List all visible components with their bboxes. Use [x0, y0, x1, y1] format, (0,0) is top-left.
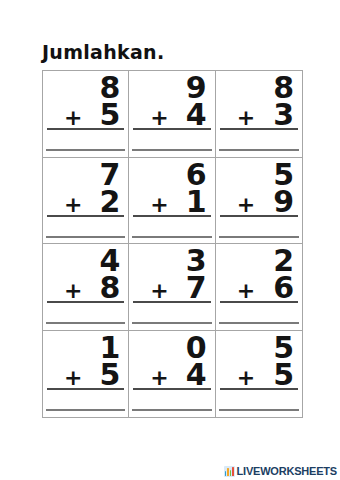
plus-operator-icon: +	[237, 107, 255, 129]
addition-problem-3: 8+3	[216, 71, 302, 158]
plus-operator-icon: +	[150, 280, 168, 302]
bottom-addend: 6	[273, 273, 294, 303]
liveworksheets-icon	[224, 466, 235, 477]
plus-operator-icon: +	[64, 367, 82, 389]
worksheet-title: Jumlahkan.	[42, 41, 164, 63]
sum-line	[220, 215, 298, 217]
sum-line	[133, 388, 210, 390]
bottom-addend: 4	[186, 100, 207, 130]
answer-blank[interactable]	[219, 236, 299, 238]
answer-blank[interactable]	[219, 149, 299, 151]
operator-row: +5	[237, 360, 294, 390]
answer-blank[interactable]	[132, 149, 211, 151]
plus-operator-icon: +	[237, 367, 255, 389]
addition-problem-9: 2+6	[216, 244, 302, 331]
bottom-addend: 8	[99, 273, 120, 303]
sum-line	[47, 388, 124, 390]
sum-line	[220, 301, 298, 303]
sum-line	[133, 128, 210, 130]
addition-problem-10: 1+5	[43, 331, 129, 418]
bottom-addend: 3	[273, 100, 294, 130]
plus-operator-icon: +	[64, 280, 82, 302]
addition-problem-4: 7+2	[43, 158, 129, 245]
operator-row: +7	[150, 273, 206, 303]
worksheet-grid: 8+59+48+37+26+15+94+83+72+61+50+45+5	[42, 70, 303, 418]
addition-problem-6: 5+9	[216, 158, 302, 245]
addition-problem-8: 3+7	[129, 244, 215, 331]
operator-row: +5	[64, 100, 120, 130]
answer-blank[interactable]	[219, 322, 299, 324]
bottom-addend: 9	[273, 187, 294, 217]
addition-problem-11: 0+4	[129, 331, 215, 418]
plus-operator-icon: +	[237, 280, 255, 302]
plus-operator-icon: +	[150, 194, 168, 216]
operator-row: +5	[64, 360, 120, 390]
addition-problem-1: 8+5	[43, 71, 129, 158]
plus-operator-icon: +	[64, 194, 82, 216]
answer-blank[interactable]	[132, 322, 211, 324]
addition-problem-7: 4+8	[43, 244, 129, 331]
sum-line	[220, 388, 298, 390]
sum-line	[47, 301, 124, 303]
liveworksheets-wordmark: LIVEWORKSHEETS	[237, 465, 338, 477]
operator-row: +4	[150, 100, 206, 130]
answer-blank[interactable]	[46, 149, 125, 151]
addition-problem-5: 6+1	[129, 158, 215, 245]
liveworksheets-logo: LIVEWORKSHEETS	[224, 465, 338, 477]
bottom-addend: 4	[186, 360, 207, 390]
plus-operator-icon: +	[64, 107, 82, 129]
operator-row: +4	[150, 360, 206, 390]
answer-blank[interactable]	[46, 236, 125, 238]
answer-blank[interactable]	[132, 236, 211, 238]
addition-problem-2: 9+4	[129, 71, 215, 158]
bottom-addend: 5	[99, 100, 120, 130]
bottom-addend: 7	[186, 273, 207, 303]
answer-blank[interactable]	[46, 409, 125, 411]
operator-row: +9	[237, 187, 294, 217]
operator-row: +1	[150, 187, 206, 217]
answer-blank[interactable]	[132, 409, 211, 411]
operator-row: +8	[64, 273, 120, 303]
sum-line	[47, 128, 124, 130]
plus-operator-icon: +	[150, 107, 168, 129]
operator-row: +2	[64, 187, 120, 217]
sum-line	[133, 215, 210, 217]
sum-line	[133, 301, 210, 303]
answer-blank[interactable]	[46, 322, 125, 324]
operator-row: +3	[237, 100, 294, 130]
operator-row: +6	[237, 273, 294, 303]
addition-problem-12: 5+5	[216, 331, 302, 418]
answer-blank[interactable]	[219, 409, 299, 411]
bottom-addend: 2	[99, 187, 120, 217]
sum-line	[220, 128, 298, 130]
sum-line	[47, 215, 124, 217]
plus-operator-icon: +	[150, 367, 168, 389]
bottom-addend: 1	[186, 187, 207, 217]
bottom-addend: 5	[99, 360, 120, 390]
plus-operator-icon: +	[237, 194, 255, 216]
bottom-addend: 5	[273, 360, 294, 390]
